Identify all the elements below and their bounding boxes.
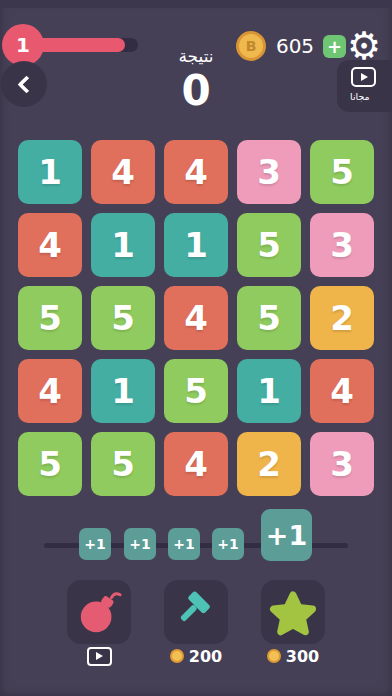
- plus-one-button-main[interactable]: +1: [261, 509, 312, 561]
- grid-tile-r2c4[interactable]: 5: [237, 213, 301, 277]
- grid-tile-r2c2[interactable]: 1: [91, 213, 155, 277]
- grid-tile-r1c5[interactable]: 5: [310, 140, 374, 204]
- grid-tile-r2c1[interactable]: 4: [18, 213, 82, 277]
- plus-one-button-2[interactable]: +1: [124, 528, 156, 560]
- video-ad-icon: [351, 67, 376, 87]
- star-price-row: 300: [261, 646, 325, 666]
- free-reward-button[interactable]: مجانا: [337, 60, 392, 112]
- back-button[interactable]: [1, 61, 47, 107]
- hammer-icon: [173, 589, 219, 635]
- game-board: 1443541153554524151455423: [18, 140, 374, 496]
- star-price: 300: [286, 647, 319, 666]
- free-label: مجانا: [350, 91, 370, 102]
- grid-tile-r3c5[interactable]: 2: [310, 286, 374, 350]
- grid-tile-r2c3[interactable]: 1: [164, 213, 228, 277]
- level-badge: 1: [2, 24, 44, 66]
- grid-tile-r5c1[interactable]: 5: [18, 432, 82, 496]
- star-booster-button[interactable]: [261, 580, 325, 644]
- play-video-icon: [87, 647, 112, 666]
- grid-tile-r4c2[interactable]: 1: [91, 359, 155, 423]
- grid-tile-r4c3[interactable]: 5: [164, 359, 228, 423]
- coin-icon-small: [170, 649, 184, 663]
- add-coins-button[interactable]: +: [323, 35, 346, 58]
- grid-tile-r3c4[interactable]: 5: [237, 286, 301, 350]
- hammer-price-row: 200: [164, 646, 228, 666]
- grid-tile-r1c3[interactable]: 4: [164, 140, 228, 204]
- grid-tile-r1c1[interactable]: 1: [18, 140, 82, 204]
- grid-tile-r5c2[interactable]: 5: [91, 432, 155, 496]
- hammer-booster-button[interactable]: [164, 580, 228, 644]
- star-icon: [269, 588, 317, 636]
- coin-icon: B: [236, 31, 266, 61]
- grid-tile-r3c1[interactable]: 5: [18, 286, 82, 350]
- grid-tile-r5c4[interactable]: 2: [237, 432, 301, 496]
- plus-one-button-4[interactable]: +1: [212, 528, 244, 560]
- grid-tile-r4c1[interactable]: 4: [18, 359, 82, 423]
- bomb-booster-button[interactable]: [67, 580, 131, 644]
- bomb-icon: [76, 589, 122, 635]
- game-screen: 1 نتيجة 0 B 605 + ⚙ مجانا 14435411535545…: [0, 0, 392, 696]
- coin-icon-small: [267, 649, 281, 663]
- grid-tile-r1c4[interactable]: 3: [237, 140, 301, 204]
- grid-tile-r3c2[interactable]: 5: [91, 286, 155, 350]
- score-value: 0: [0, 68, 392, 114]
- status-bar-dim: [0, 0, 392, 8]
- chevron-left-icon: [17, 75, 35, 93]
- grid-tile-r2c5[interactable]: 3: [310, 213, 374, 277]
- plus-one-button-1[interactable]: +1: [79, 528, 111, 560]
- grid-tile-r4c5[interactable]: 4: [310, 359, 374, 423]
- bomb-ad-chip[interactable]: [67, 646, 131, 666]
- grid-tile-r1c2[interactable]: 4: [91, 140, 155, 204]
- grid-tile-r5c3[interactable]: 4: [164, 432, 228, 496]
- coin-balance: 605: [268, 34, 322, 58]
- grid-tile-r4c4[interactable]: 1: [237, 359, 301, 423]
- plus-one-button-3[interactable]: +1: [168, 528, 200, 560]
- grid-tile-r5c5[interactable]: 3: [310, 432, 374, 496]
- hammer-price: 200: [189, 647, 222, 666]
- grid-tile-r3c3[interactable]: 4: [164, 286, 228, 350]
